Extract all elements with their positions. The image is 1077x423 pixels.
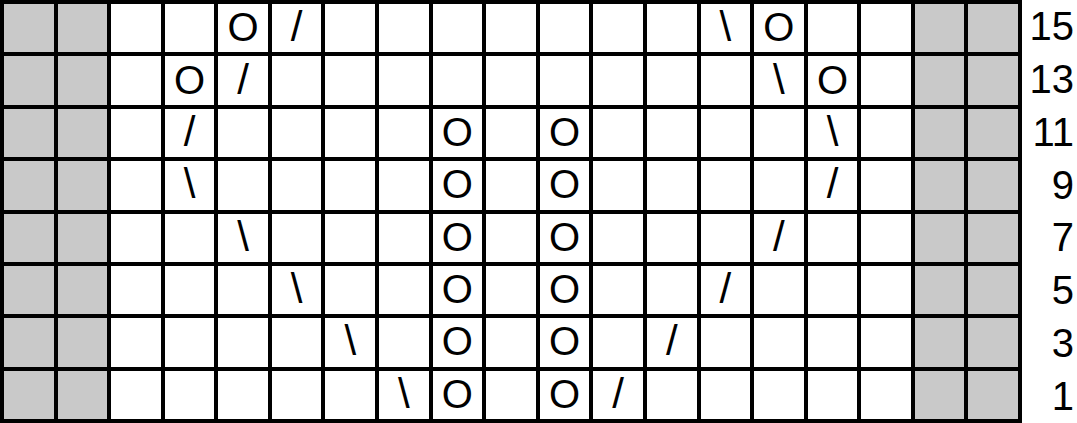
stitch-cell-r9-c9 <box>486 161 536 209</box>
stitch-cell-r11-c6 <box>325 109 375 157</box>
yarn-over-symbol: O <box>549 269 580 309</box>
stitch-cell-r5-c13: / <box>701 266 751 314</box>
stitch-cell-r3-c11 <box>593 318 643 366</box>
no-stitch-cell-r15-c18 <box>968 4 1018 52</box>
stitch-cell-r5-c16 <box>861 266 911 314</box>
stitch-cell-r15-c9 <box>486 4 536 52</box>
stitch-cell-r5-c2 <box>111 266 161 314</box>
stitch-cell-r5-c12 <box>647 266 697 314</box>
row-number-9: 9 <box>1022 159 1077 212</box>
no-stitch-cell-r15-c1 <box>58 4 108 52</box>
stitch-cell-r7-c2 <box>111 214 161 262</box>
row-number-7: 7 <box>1022 212 1077 265</box>
no-stitch-cell-r5-c0 <box>4 266 54 314</box>
no-stitch-cell-r11-c17 <box>915 109 965 157</box>
stitch-cell-r15-c12 <box>647 4 697 52</box>
stitch-cell-r11-c5 <box>272 109 322 157</box>
row-number-3: 3 <box>1022 317 1077 370</box>
yarn-over-symbol: O <box>549 164 580 204</box>
stitch-cell-r3-c9 <box>486 318 536 366</box>
stitch-cell-r11-c11 <box>593 109 643 157</box>
stitch-cell-r5-c8: O <box>433 266 483 314</box>
yarn-over-symbol: O <box>228 7 259 47</box>
stitch-cell-r13-c11 <box>593 56 643 104</box>
stitch-cell-r9-c10: O <box>540 161 590 209</box>
yarn-over-symbol: O <box>442 374 473 414</box>
ssk-symbol: \ <box>291 268 303 310</box>
stitch-cell-r3-c6: \ <box>325 318 375 366</box>
stitch-cell-r1-c2 <box>111 371 161 419</box>
stitch-cell-r15-c11 <box>593 4 643 52</box>
yarn-over-symbol: O <box>817 60 848 100</box>
stitch-cell-r13-c5 <box>272 56 322 104</box>
no-stitch-cell-r7-c18 <box>968 214 1018 262</box>
stitch-cell-r5-c9 <box>486 266 536 314</box>
row-number-1: 1 <box>1022 370 1077 423</box>
stitch-cell-r5-c6 <box>325 266 375 314</box>
stitch-cell-r15-c10 <box>540 4 590 52</box>
yarn-over-symbol: O <box>549 321 580 361</box>
no-stitch-cell-r3-c1 <box>58 318 108 366</box>
no-stitch-cell-r1-c0 <box>4 371 54 419</box>
stitch-cell-r1-c15 <box>808 371 858 419</box>
stitch-cell-r9-c4 <box>218 161 268 209</box>
stitch-cell-r9-c11 <box>593 161 643 209</box>
no-stitch-cell-r9-c1 <box>58 161 108 209</box>
stitch-cell-r1-c14 <box>754 371 804 419</box>
no-stitch-cell-r1-c18 <box>968 371 1018 419</box>
k2tog-symbol: / <box>773 216 785 258</box>
stitch-cell-r7-c6 <box>325 214 375 262</box>
no-stitch-cell-r11-c1 <box>58 109 108 157</box>
ssk-symbol: \ <box>773 59 785 101</box>
stitch-cell-r3-c5 <box>272 318 322 366</box>
stitch-cell-r7-c4: \ <box>218 214 268 262</box>
stitch-cell-r1-c10: O <box>540 371 590 419</box>
stitch-cell-r11-c14 <box>754 109 804 157</box>
stitch-cell-r7-c5 <box>272 214 322 262</box>
stitch-cell-r1-c4 <box>218 371 268 419</box>
stitch-cell-r13-c15: O <box>808 56 858 104</box>
stitch-cell-r11-c16 <box>861 109 911 157</box>
stitch-cell-r3-c4 <box>218 318 268 366</box>
stitch-cell-r13-c4: / <box>218 56 268 104</box>
stitch-cell-r3-c7 <box>379 318 429 366</box>
no-stitch-cell-r5-c18 <box>968 266 1018 314</box>
stitch-cell-r1-c7: \ <box>379 371 429 419</box>
stitch-cell-r9-c7 <box>379 161 429 209</box>
stitch-cell-r1-c6 <box>325 371 375 419</box>
stitch-cell-r1-c12 <box>647 371 697 419</box>
no-stitch-cell-r7-c0 <box>4 214 54 262</box>
stitch-cell-r3-c13 <box>701 318 751 366</box>
stitch-cell-r1-c3 <box>165 371 215 419</box>
stitch-cell-r15-c2 <box>111 4 161 52</box>
stitch-cell-r7-c11 <box>593 214 643 262</box>
stitch-cell-r13-c12 <box>647 56 697 104</box>
yarn-over-symbol: O <box>442 112 473 152</box>
stitch-cell-r11-c2 <box>111 109 161 157</box>
stitch-cell-r11-c4 <box>218 109 268 157</box>
stitch-cell-r9-c2 <box>111 161 161 209</box>
k2tog-symbol: / <box>291 6 303 48</box>
stitch-cell-r3-c10: O <box>540 318 590 366</box>
stitch-cell-r1-c13 <box>701 371 751 419</box>
stitch-cell-r15-c5: / <box>272 4 322 52</box>
stitch-cell-r7-c9 <box>486 214 536 262</box>
stitch-cell-r3-c2 <box>111 318 161 366</box>
k2tog-symbol: / <box>237 59 249 101</box>
stitch-cell-r15-c4: O <box>218 4 268 52</box>
no-stitch-cell-r7-c17 <box>915 214 965 262</box>
no-stitch-cell-r11-c0 <box>4 109 54 157</box>
stitch-cell-r7-c10: O <box>540 214 590 262</box>
no-stitch-cell-r5-c1 <box>58 266 108 314</box>
stitch-cell-r9-c6 <box>325 161 375 209</box>
k2tog-symbol: / <box>612 373 624 415</box>
stitch-cell-r11-c12 <box>647 109 697 157</box>
stitch-cell-r15-c3 <box>165 4 215 52</box>
no-stitch-cell-r3-c18 <box>968 318 1018 366</box>
stitch-cell-r5-c15 <box>808 266 858 314</box>
yarn-over-symbol: O <box>549 217 580 257</box>
yarn-over-symbol: O <box>442 269 473 309</box>
stitch-cell-r13-c3: O <box>165 56 215 104</box>
stitch-cell-r7-c12 <box>647 214 697 262</box>
row-number-5: 5 <box>1022 264 1077 317</box>
yarn-over-symbol: O <box>549 112 580 152</box>
stitch-cell-r9-c14 <box>754 161 804 209</box>
k2tog-symbol: / <box>827 163 839 205</box>
stitch-cell-r9-c13 <box>701 161 751 209</box>
stitch-cell-r7-c15 <box>808 214 858 262</box>
stitch-cell-r11-c9 <box>486 109 536 157</box>
stitch-cell-r1-c5 <box>272 371 322 419</box>
k2tog-symbol: / <box>184 111 196 153</box>
stitch-cell-r7-c14: / <box>754 214 804 262</box>
stitch-cell-r11-c10: O <box>540 109 590 157</box>
stitch-cell-r5-c3 <box>165 266 215 314</box>
stitch-cell-r7-c3 <box>165 214 215 262</box>
stitch-cell-r13-c13 <box>701 56 751 104</box>
no-stitch-cell-r3-c0 <box>4 318 54 366</box>
stitch-cell-r3-c15 <box>808 318 858 366</box>
stitch-cell-r11-c8: O <box>433 109 483 157</box>
stitch-cell-r13-c8 <box>433 56 483 104</box>
ssk-symbol: \ <box>344 320 356 362</box>
yarn-over-symbol: O <box>442 217 473 257</box>
stitch-cell-r5-c5: \ <box>272 266 322 314</box>
stitch-cell-r11-c7 <box>379 109 429 157</box>
stitch-cell-r11-c3: / <box>165 109 215 157</box>
stitch-cell-r9-c15: / <box>808 161 858 209</box>
stitch-cell-r9-c12 <box>647 161 697 209</box>
stitch-cell-r13-c6 <box>325 56 375 104</box>
stitch-cell-r15-c13: \ <box>701 4 751 52</box>
stitch-cell-r15-c16 <box>861 4 911 52</box>
no-stitch-cell-r7-c1 <box>58 214 108 262</box>
stitch-cell-r11-c15: \ <box>808 109 858 157</box>
no-stitch-cell-r13-c1 <box>58 56 108 104</box>
row-number-13: 13 <box>1022 53 1077 106</box>
stitch-cell-r15-c6 <box>325 4 375 52</box>
stitch-cell-r1-c9 <box>486 371 536 419</box>
yarn-over-symbol: O <box>442 164 473 204</box>
knitting-chart: O/\OO/\O/OO\\OO/\OO/\OO/\OO/\OO/ 1513119… <box>0 0 1077 423</box>
stitch-cell-r5-c14 <box>754 266 804 314</box>
stitch-cell-r1-c8: O <box>433 371 483 419</box>
stitch-cell-r3-c12: / <box>647 318 697 366</box>
yarn-over-symbol: O <box>549 374 580 414</box>
no-stitch-cell-r15-c0 <box>4 4 54 52</box>
stitch-cell-r13-c2 <box>111 56 161 104</box>
no-stitch-cell-r11-c18 <box>968 109 1018 157</box>
stitch-cell-r9-c3: \ <box>165 161 215 209</box>
stitch-cell-r1-c11: / <box>593 371 643 419</box>
stitch-cell-r5-c10: O <box>540 266 590 314</box>
stitch-cell-r1-c16 <box>861 371 911 419</box>
ssk-symbol: \ <box>237 216 249 258</box>
stitch-cell-r15-c7 <box>379 4 429 52</box>
no-stitch-cell-r5-c17 <box>915 266 965 314</box>
no-stitch-cell-r9-c18 <box>968 161 1018 209</box>
stitch-cell-r7-c13 <box>701 214 751 262</box>
no-stitch-cell-r9-c0 <box>4 161 54 209</box>
yarn-over-symbol: O <box>763 7 794 47</box>
stitch-cell-r3-c3 <box>165 318 215 366</box>
stitch-cell-r3-c8: O <box>433 318 483 366</box>
stitch-cell-r3-c16 <box>861 318 911 366</box>
stitch-cell-r11-c13 <box>701 109 751 157</box>
row-number-11: 11 <box>1022 106 1077 159</box>
stitch-cell-r13-c10 <box>540 56 590 104</box>
ssk-symbol: \ <box>184 163 196 205</box>
ssk-symbol: \ <box>719 6 731 48</box>
ssk-symbol: \ <box>827 111 839 153</box>
stitch-cell-r7-c7 <box>379 214 429 262</box>
no-stitch-cell-r1-c1 <box>58 371 108 419</box>
stitch-cell-r5-c11 <box>593 266 643 314</box>
stitch-cell-r7-c8: O <box>433 214 483 262</box>
k2tog-symbol: / <box>666 320 678 362</box>
stitch-cell-r15-c8 <box>433 4 483 52</box>
ssk-symbol: \ <box>398 373 410 415</box>
yarn-over-symbol: O <box>442 321 473 361</box>
no-stitch-cell-r13-c0 <box>4 56 54 104</box>
no-stitch-cell-r15-c17 <box>915 4 965 52</box>
no-stitch-cell-r3-c17 <box>915 318 965 366</box>
stitch-cell-r13-c14: \ <box>754 56 804 104</box>
stitch-cell-r3-c14 <box>754 318 804 366</box>
no-stitch-cell-r9-c17 <box>915 161 965 209</box>
knitting-chart-grid: O/\OO/\O/OO\\OO/\OO/\OO/\OO/\OO/ <box>0 0 1022 423</box>
stitch-cell-r9-c16 <box>861 161 911 209</box>
row-number-column: 15131197531 <box>1022 0 1077 423</box>
stitch-cell-r9-c8: O <box>433 161 483 209</box>
yarn-over-symbol: O <box>174 60 205 100</box>
no-stitch-cell-r13-c17 <box>915 56 965 104</box>
k2tog-symbol: / <box>719 268 731 310</box>
row-number-15: 15 <box>1022 0 1077 53</box>
stitch-cell-r5-c4 <box>218 266 268 314</box>
no-stitch-cell-r1-c17 <box>915 371 965 419</box>
stitch-cell-r15-c15 <box>808 4 858 52</box>
stitch-cell-r15-c14: O <box>754 4 804 52</box>
stitch-cell-r5-c7 <box>379 266 429 314</box>
stitch-cell-r13-c7 <box>379 56 429 104</box>
stitch-cell-r7-c16 <box>861 214 911 262</box>
stitch-cell-r9-c5 <box>272 161 322 209</box>
stitch-cell-r13-c9 <box>486 56 536 104</box>
no-stitch-cell-r13-c18 <box>968 56 1018 104</box>
stitch-cell-r13-c16 <box>861 56 911 104</box>
